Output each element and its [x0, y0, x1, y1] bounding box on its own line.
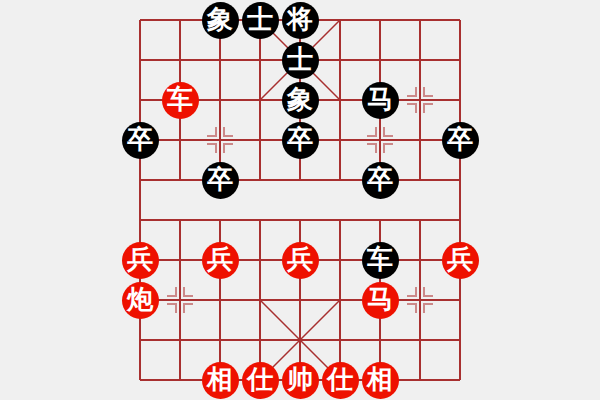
board-intersection[interactable]: 卒	[360, 160, 400, 200]
piece-glyph: 车	[167, 86, 193, 112]
board-intersection[interactable]	[320, 40, 360, 80]
board-intersection[interactable]	[160, 40, 200, 80]
board-intersection[interactable]	[320, 240, 360, 280]
board-intersection[interactable]	[240, 160, 280, 200]
piece-glyph: 卒	[367, 166, 393, 192]
board-intersection[interactable]: 炮	[120, 280, 160, 320]
board-intersection[interactable]	[440, 200, 480, 240]
board-intersection[interactable]	[280, 320, 320, 360]
board-intersection[interactable]: 兵	[440, 240, 480, 280]
piece-glyph: 马	[367, 286, 393, 312]
board-intersection[interactable]	[360, 320, 400, 360]
board: 象士将士车象马卒卒卒卒卒兵兵兵车兵炮马相仕帅仕相	[120, 0, 480, 400]
board-intersection[interactable]	[160, 320, 200, 360]
board-intersection[interactable]: 卒	[120, 120, 160, 160]
board-intersection[interactable]: 兵	[200, 240, 240, 280]
piece-red-cannon[interactable]: 炮	[122, 282, 159, 319]
board-intersection[interactable]	[360, 0, 400, 40]
board-intersection[interactable]	[400, 40, 440, 80]
piece-glyph: 士	[287, 46, 313, 72]
piece-glyph: 卒	[207, 166, 233, 192]
piece-red-elephant[interactable]: 相	[362, 362, 399, 399]
piece-glyph: 兵	[207, 246, 233, 272]
board-intersection[interactable]	[360, 40, 400, 80]
piece-black-elephant[interactable]: 象	[202, 2, 239, 39]
board-intersection[interactable]	[400, 80, 440, 120]
piece-black-general[interactable]: 将	[282, 2, 319, 39]
board-intersection[interactable]	[440, 80, 480, 120]
board-intersection[interactable]	[280, 160, 320, 200]
board-intersection[interactable]	[120, 80, 160, 120]
board-intersection[interactable]	[440, 360, 480, 400]
board-intersection[interactable]	[200, 120, 240, 160]
board-intersection[interactable]: 将	[280, 0, 320, 40]
board-intersection[interactable]	[400, 0, 440, 40]
board-intersection[interactable]	[440, 320, 480, 360]
board-intersection[interactable]	[240, 200, 280, 240]
board-intersection[interactable]: 卒	[200, 160, 240, 200]
board-intersection[interactable]	[320, 280, 360, 320]
board-intersection[interactable]	[440, 160, 480, 200]
piece-red-soldier[interactable]: 兵	[122, 242, 159, 279]
board-intersection[interactable]	[160, 360, 200, 400]
piece-red-advisor[interactable]: 仕	[242, 362, 279, 399]
board-intersection[interactable]: 相	[200, 360, 240, 400]
board-intersection[interactable]: 兵	[120, 240, 160, 280]
board-intersection[interactable]	[120, 200, 160, 240]
board-intersection[interactable]	[160, 0, 200, 40]
board-intersection[interactable]	[400, 320, 440, 360]
piece-red-elephant[interactable]: 相	[202, 362, 239, 399]
board-intersection[interactable]	[120, 360, 160, 400]
piece-black-soldier[interactable]: 卒	[362, 162, 399, 199]
piece-glyph: 卒	[127, 126, 153, 152]
board-intersection[interactable]: 马	[360, 280, 400, 320]
board-intersection[interactable]	[160, 240, 200, 280]
board-intersection[interactable]	[400, 120, 440, 160]
board-intersection[interactable]	[400, 240, 440, 280]
piece-glyph: 兵	[127, 246, 153, 272]
board-intersection[interactable]	[400, 360, 440, 400]
board-intersection[interactable]	[120, 160, 160, 200]
piece-black-soldier[interactable]: 卒	[122, 122, 159, 159]
piece-black-advisor[interactable]: 士	[242, 2, 279, 39]
board-intersection[interactable]	[200, 280, 240, 320]
piece-red-soldier[interactable]: 兵	[282, 242, 319, 279]
board-intersection[interactable]: 相	[360, 360, 400, 400]
piece-black-soldier[interactable]: 卒	[282, 122, 319, 159]
piece-glyph: 相	[207, 366, 233, 392]
piece-red-soldier[interactable]: 兵	[202, 242, 239, 279]
board-intersection[interactable]	[320, 120, 360, 160]
piece-glyph: 帅	[287, 366, 313, 392]
piece-glyph: 炮	[127, 286, 153, 312]
board-intersection[interactable]: 士	[280, 40, 320, 80]
board-intersection[interactable]	[160, 280, 200, 320]
board-intersection[interactable]	[320, 200, 360, 240]
piece-red-advisor[interactable]: 仕	[322, 362, 359, 399]
board-intersection[interactable]	[400, 280, 440, 320]
piece-glyph: 兵	[287, 246, 313, 272]
board-intersection[interactable]: 士	[240, 0, 280, 40]
piece-red-chariot[interactable]: 车	[162, 82, 199, 119]
piece-black-horse[interactable]: 马	[362, 82, 399, 119]
piece-glyph: 士	[247, 6, 273, 32]
board-intersection[interactable]	[360, 120, 400, 160]
board-intersection[interactable]	[320, 160, 360, 200]
board-intersection[interactable]: 车	[160, 80, 200, 120]
piece-glyph: 兵	[447, 246, 473, 272]
board-intersection[interactable]	[160, 120, 200, 160]
board-intersection[interactable]	[160, 200, 200, 240]
piece-glyph: 相	[367, 366, 393, 392]
board-intersection[interactable]: 象	[280, 80, 320, 120]
board-intersection[interactable]	[280, 280, 320, 320]
board-intersection[interactable]	[440, 40, 480, 80]
board-intersection[interactable]	[400, 200, 440, 240]
board-intersection[interactable]	[240, 40, 280, 80]
piece-black-chariot[interactable]: 车	[362, 242, 399, 279]
board-intersection[interactable]	[240, 320, 280, 360]
board-intersection[interactable]: 卒	[280, 120, 320, 160]
board-intersection[interactable]	[280, 200, 320, 240]
board-intersection[interactable]: 帅	[280, 360, 320, 400]
board-intersection[interactable]: 仕	[320, 360, 360, 400]
board-intersection[interactable]	[120, 40, 160, 80]
board-intersection[interactable]	[440, 280, 480, 320]
piece-glyph: 仕	[247, 366, 273, 392]
piece-glyph: 马	[367, 86, 393, 112]
board-intersection[interactable]: 马	[360, 80, 400, 120]
board-intersection[interactable]	[200, 80, 240, 120]
piece-glyph: 卒	[287, 126, 313, 152]
board-intersection[interactable]: 象	[200, 0, 240, 40]
board-intersection[interactable]	[320, 0, 360, 40]
board-intersection[interactable]: 仕	[240, 360, 280, 400]
board-intersection[interactable]	[160, 160, 200, 200]
board-intersection[interactable]	[320, 80, 360, 120]
board-intersection[interactable]	[200, 320, 240, 360]
board-intersection[interactable]	[240, 280, 280, 320]
piece-red-soldier[interactable]: 兵	[442, 242, 479, 279]
piece-glyph: 象	[287, 86, 313, 112]
board-intersection[interactable]: 兵	[280, 240, 320, 280]
piece-glyph: 象	[207, 6, 233, 32]
board-intersection[interactable]	[200, 40, 240, 80]
piece-black-soldier[interactable]: 卒	[202, 162, 239, 199]
board-intersection[interactable]	[200, 200, 240, 240]
board-intersection[interactable]: 车	[360, 240, 400, 280]
piece-glyph: 车	[367, 246, 393, 272]
board-intersection[interactable]	[240, 120, 280, 160]
piece-black-advisor[interactable]: 士	[282, 42, 319, 79]
piece-glyph: 卒	[447, 126, 473, 152]
piece-black-soldier[interactable]: 卒	[442, 122, 479, 159]
piece-glyph: 将	[287, 6, 313, 32]
board-intersection[interactable]	[400, 160, 440, 200]
board-intersection[interactable]	[440, 0, 480, 40]
board-intersection[interactable]	[120, 320, 160, 360]
piece-black-elephant[interactable]: 象	[282, 82, 319, 119]
board-intersection[interactable]	[240, 80, 280, 120]
board-intersection[interactable]: 卒	[440, 120, 480, 160]
piece-red-general[interactable]: 帅	[282, 362, 319, 399]
board-intersection[interactable]	[120, 0, 160, 40]
board-intersection[interactable]	[360, 200, 400, 240]
xiangqi-board-screen: 象士将士车象马卒卒卒卒卒兵兵兵车兵炮马相仕帅仕相	[0, 0, 600, 400]
piece-glyph: 仕	[327, 366, 353, 392]
board-intersection[interactable]	[240, 240, 280, 280]
piece-red-horse[interactable]: 马	[362, 282, 399, 319]
board-intersection[interactable]	[320, 320, 360, 360]
